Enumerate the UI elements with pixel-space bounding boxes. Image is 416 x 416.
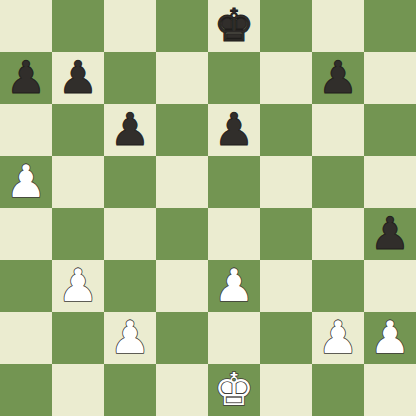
square-a1[interactable] [0,364,52,416]
square-h6[interactable] [364,104,416,156]
square-g5[interactable] [312,156,364,208]
square-c1[interactable] [104,364,156,416]
square-b4[interactable] [52,208,104,260]
square-f3[interactable] [260,260,312,312]
square-c8[interactable] [104,0,156,52]
square-d4[interactable] [156,208,208,260]
square-c2[interactable]: ♟ [104,312,156,364]
square-b6[interactable] [52,104,104,156]
square-a3[interactable] [0,260,52,312]
square-e6[interactable]: ♟ [208,104,260,156]
square-d6[interactable] [156,104,208,156]
square-h1[interactable] [364,364,416,416]
black-pawn-piece[interactable]: ♟ [318,55,358,100]
square-b2[interactable] [52,312,104,364]
square-c7[interactable] [104,52,156,104]
square-h2[interactable]: ♟ [364,312,416,364]
square-f5[interactable] [260,156,312,208]
square-d7[interactable] [156,52,208,104]
square-e2[interactable] [208,312,260,364]
white-pawn-piece[interactable]: ♟ [214,263,254,308]
square-g7[interactable]: ♟ [312,52,364,104]
square-b3[interactable]: ♟ [52,260,104,312]
square-d5[interactable] [156,156,208,208]
square-b1[interactable] [52,364,104,416]
square-f1[interactable] [260,364,312,416]
square-h4[interactable]: ♟ [364,208,416,260]
square-a2[interactable] [0,312,52,364]
square-e3[interactable]: ♟ [208,260,260,312]
square-c4[interactable] [104,208,156,260]
square-b5[interactable] [52,156,104,208]
white-pawn-piece[interactable]: ♟ [318,315,358,360]
square-d2[interactable] [156,312,208,364]
square-g1[interactable] [312,364,364,416]
square-f6[interactable] [260,104,312,156]
white-pawn-piece[interactable]: ♟ [110,315,150,360]
square-d1[interactable] [156,364,208,416]
square-e4[interactable] [208,208,260,260]
square-h5[interactable] [364,156,416,208]
square-d8[interactable] [156,0,208,52]
square-a4[interactable] [0,208,52,260]
black-pawn-piece[interactable]: ♟ [370,211,410,256]
white-pawn-piece[interactable]: ♟ [58,263,98,308]
black-pawn-piece[interactable]: ♟ [6,55,46,100]
square-a7[interactable]: ♟ [0,52,52,104]
square-h7[interactable] [364,52,416,104]
square-a8[interactable] [0,0,52,52]
square-g8[interactable] [312,0,364,52]
square-g4[interactable] [312,208,364,260]
black-pawn-piece[interactable]: ♟ [214,107,254,152]
square-g6[interactable] [312,104,364,156]
square-e7[interactable] [208,52,260,104]
square-e1[interactable]: ♚ [208,364,260,416]
square-g2[interactable]: ♟ [312,312,364,364]
square-e8[interactable]: ♚ [208,0,260,52]
square-b8[interactable] [52,0,104,52]
square-h3[interactable] [364,260,416,312]
square-c3[interactable] [104,260,156,312]
black-king-piece[interactable]: ♚ [214,3,254,48]
black-pawn-piece[interactable]: ♟ [58,55,98,100]
square-e5[interactable] [208,156,260,208]
square-b7[interactable]: ♟ [52,52,104,104]
square-f4[interactable] [260,208,312,260]
square-f2[interactable] [260,312,312,364]
square-c6[interactable]: ♟ [104,104,156,156]
black-pawn-piece[interactable]: ♟ [110,107,150,152]
square-a6[interactable] [0,104,52,156]
chess-board: ♚♟♟♟♟♟♟♟♟♟♟♟♟♚ [0,0,416,416]
square-h8[interactable] [364,0,416,52]
square-d3[interactable] [156,260,208,312]
square-f7[interactable] [260,52,312,104]
square-f8[interactable] [260,0,312,52]
white-pawn-piece[interactable]: ♟ [6,159,46,204]
square-g3[interactable] [312,260,364,312]
white-pawn-piece[interactable]: ♟ [370,315,410,360]
white-king-piece[interactable]: ♚ [214,367,254,412]
square-a5[interactable]: ♟ [0,156,52,208]
square-c5[interactable] [104,156,156,208]
